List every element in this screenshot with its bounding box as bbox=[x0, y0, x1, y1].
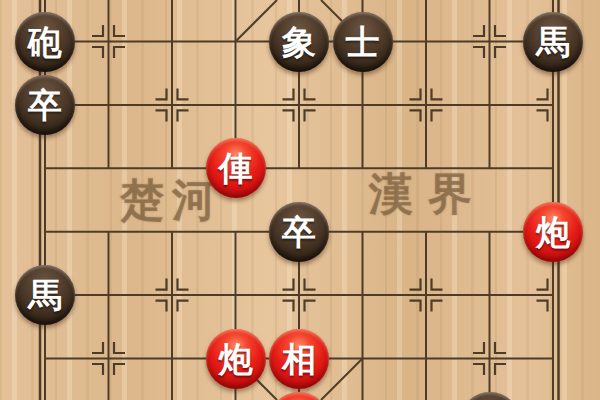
piece-black-horse[interactable]: 馬 bbox=[523, 12, 583, 72]
piece-glyph: 士 bbox=[346, 12, 380, 72]
piece-glyph: 馬 bbox=[536, 12, 570, 72]
piece-glyph: 馬 bbox=[28, 265, 62, 325]
river-label-left: 楚河 bbox=[120, 178, 224, 222]
piece-glyph: 卒 bbox=[282, 202, 316, 262]
piece-black-horse[interactable]: 馬 bbox=[15, 265, 75, 325]
piece-black-elephant[interactable]: 象 bbox=[269, 12, 329, 72]
piece-glyph: 炮 bbox=[536, 202, 570, 262]
xiangqi-board[interactable]: 楚河 漢界 砲象士馬卒俥卒炮馬炮相 bbox=[0, 0, 600, 400]
piece-glyph: 象 bbox=[282, 12, 316, 72]
piece-red-cannon[interactable]: 炮 bbox=[206, 329, 266, 389]
piece-black-cannon[interactable]: 砲 bbox=[15, 12, 75, 72]
piece-black-advisor[interactable]: 士 bbox=[333, 12, 393, 72]
piece-glyph: 砲 bbox=[28, 12, 62, 72]
piece-glyph: 俥 bbox=[219, 138, 253, 198]
piece-glyph: 卒 bbox=[28, 75, 62, 135]
piece-black-soldier[interactable]: 卒 bbox=[269, 202, 329, 262]
piece-black-soldier[interactable]: 卒 bbox=[15, 75, 75, 135]
xiangqi-screenshot: 楚河 漢界 砲象士馬卒俥卒炮馬炮相 bbox=[0, 0, 600, 400]
piece-red-cannon[interactable]: 炮 bbox=[523, 202, 583, 262]
piece-glyph: 炮 bbox=[219, 329, 253, 389]
river-label-right: 漢界 bbox=[369, 172, 487, 216]
piece-red-chariot[interactable]: 俥 bbox=[206, 138, 266, 198]
piece-red-elephant[interactable]: 相 bbox=[269, 329, 329, 389]
piece-glyph: 相 bbox=[282, 329, 316, 389]
